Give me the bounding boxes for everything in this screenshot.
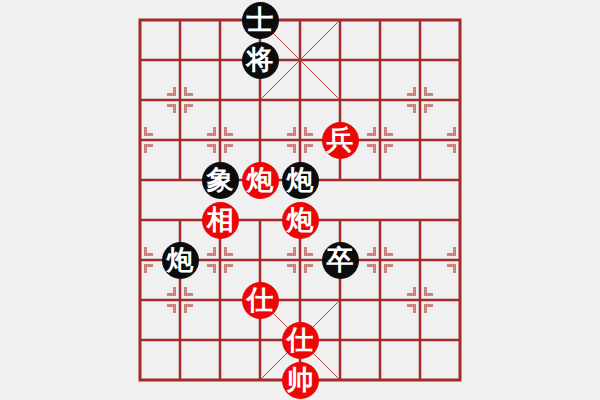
point-marker xyxy=(144,264,153,273)
point-marker xyxy=(424,304,433,313)
point-marker xyxy=(167,287,176,296)
point-marker xyxy=(367,127,376,136)
point-marker xyxy=(447,264,456,273)
point-marker xyxy=(287,144,296,153)
point-marker xyxy=(224,127,233,136)
point-marker xyxy=(224,264,233,273)
point-marker xyxy=(167,304,176,313)
red-advisor[interactable]: 仕 xyxy=(242,282,279,319)
point-marker xyxy=(167,87,176,96)
point-marker xyxy=(304,264,313,273)
point-marker xyxy=(384,247,393,256)
point-marker xyxy=(407,304,416,313)
point-marker xyxy=(407,287,416,296)
red-cannon[interactable]: 炮 xyxy=(282,202,319,239)
red-cannon[interactable]: 炮 xyxy=(242,162,279,199)
point-marker xyxy=(207,144,216,153)
black-elephant[interactable]: 象 xyxy=(202,162,239,199)
xiangqi-board[interactable]: 士将兵象炮炮相炮炮卒仕仕帅 xyxy=(140,20,460,380)
black-cannon[interactable]: 炮 xyxy=(162,242,199,279)
point-marker xyxy=(424,287,433,296)
red-general[interactable]: 帅 xyxy=(282,362,319,399)
point-marker xyxy=(447,247,456,256)
point-marker xyxy=(407,87,416,96)
point-marker xyxy=(184,304,193,313)
point-marker xyxy=(424,104,433,113)
point-marker xyxy=(447,144,456,153)
point-marker xyxy=(287,127,296,136)
point-marker xyxy=(144,247,153,256)
point-marker xyxy=(447,127,456,136)
point-marker xyxy=(367,264,376,273)
point-marker xyxy=(287,247,296,256)
point-marker xyxy=(384,264,393,273)
point-marker xyxy=(184,287,193,296)
point-marker xyxy=(207,127,216,136)
black-advisor[interactable]: 士 xyxy=(242,2,279,39)
point-marker xyxy=(304,144,313,153)
point-marker xyxy=(287,264,296,273)
point-marker xyxy=(407,104,416,113)
red-advisor[interactable]: 仕 xyxy=(282,322,319,359)
point-marker xyxy=(424,87,433,96)
red-elephant[interactable]: 相 xyxy=(202,202,239,239)
point-marker xyxy=(207,264,216,273)
red-soldier[interactable]: 兵 xyxy=(322,122,359,159)
point-marker xyxy=(144,127,153,136)
point-marker xyxy=(384,127,393,136)
point-marker xyxy=(367,144,376,153)
point-marker xyxy=(207,247,216,256)
point-marker xyxy=(224,247,233,256)
point-marker xyxy=(224,144,233,153)
xiangqi-app-screen: 士将兵象炮炮相炮炮卒仕仕帅 xyxy=(0,0,600,400)
point-marker xyxy=(167,104,176,113)
black-cannon[interactable]: 炮 xyxy=(282,162,319,199)
point-marker xyxy=(367,247,376,256)
point-marker xyxy=(304,247,313,256)
black-soldier[interactable]: 卒 xyxy=(322,242,359,279)
point-marker xyxy=(304,127,313,136)
point-marker xyxy=(144,144,153,153)
point-marker xyxy=(184,87,193,96)
point-marker xyxy=(184,104,193,113)
black-general[interactable]: 将 xyxy=(242,42,279,79)
point-marker xyxy=(384,144,393,153)
